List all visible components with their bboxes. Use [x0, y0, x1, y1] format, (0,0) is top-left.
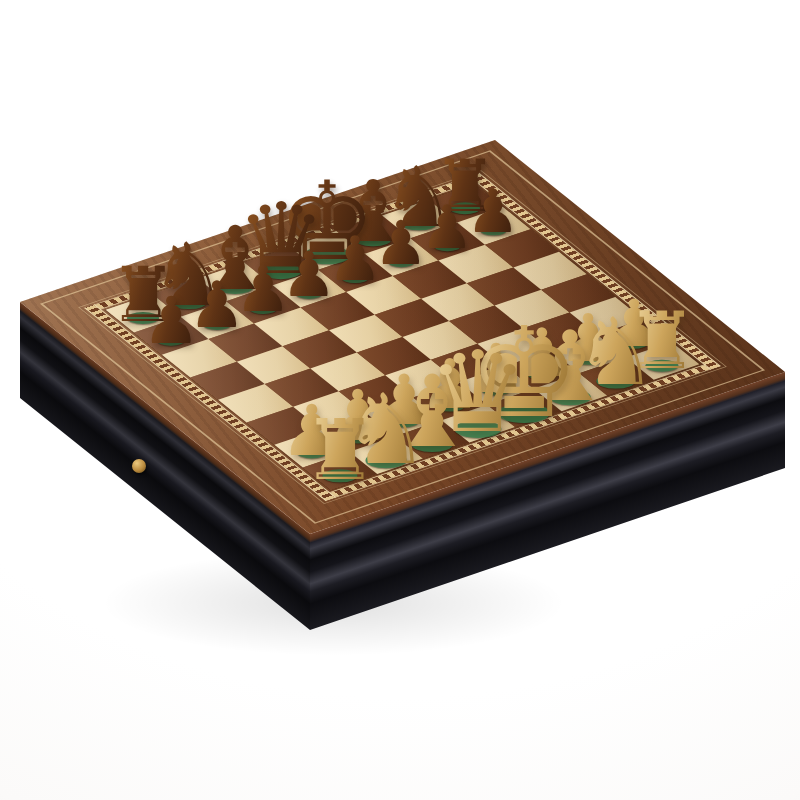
drawer-knob [132, 459, 146, 473]
chess-set-photo: ♜♞♝♛♚♝♞♜♟♟♟♟♟♟♟♟♟♟♟♟♟♟♟♟♜♞♝♛♚♝♞♜ [0, 0, 800, 800]
